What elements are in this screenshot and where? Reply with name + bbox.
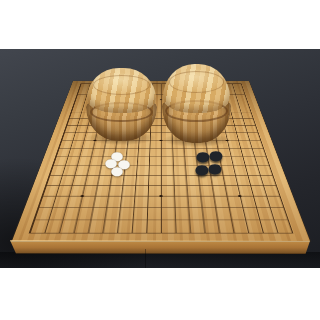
letterbox-top <box>0 0 320 49</box>
black-go-stone: ● <box>208 162 223 176</box>
go-set-product-photo: ●●●●●●●● <box>0 0 320 320</box>
white-go-stone: ● <box>110 165 123 177</box>
loose-stones-layer: ●●●●●●●● <box>0 49 320 268</box>
letterbox-bottom <box>0 268 320 320</box>
photo-area: ●●●●●●●● <box>0 49 320 268</box>
